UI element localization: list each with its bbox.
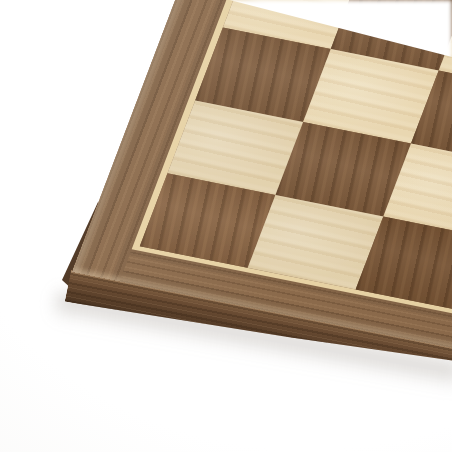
chessboard-product-photo bbox=[0, 0, 452, 452]
